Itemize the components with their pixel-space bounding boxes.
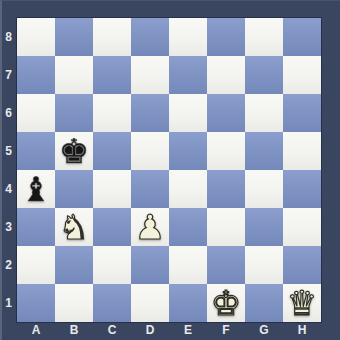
chessboard: ♚♝♞♟♚♛ [17,18,321,322]
square-a4[interactable]: ♝ [17,170,55,208]
square-g4[interactable] [245,170,283,208]
square-a8[interactable] [17,18,55,56]
file-label-a: A [17,322,55,340]
square-d3[interactable]: ♟ [131,208,169,246]
square-d6[interactable] [131,94,169,132]
piece-white-queen[interactable]: ♛ [283,284,321,322]
file-label-e: E [169,322,207,340]
square-a7[interactable] [17,56,55,94]
file-label-h: H [283,322,321,340]
square-f2[interactable] [207,246,245,284]
square-d4[interactable] [131,170,169,208]
square-c6[interactable] [93,94,131,132]
square-c8[interactable] [93,18,131,56]
square-c7[interactable] [93,56,131,94]
square-g7[interactable] [245,56,283,94]
square-h8[interactable] [283,18,321,56]
square-f1[interactable]: ♚ [207,284,245,322]
square-b5[interactable]: ♚ [55,132,93,170]
square-g5[interactable] [245,132,283,170]
square-b7[interactable] [55,56,93,94]
piece-white-knight[interactable]: ♞ [55,208,93,246]
square-h7[interactable] [283,56,321,94]
square-b1[interactable] [55,284,93,322]
square-c5[interactable] [93,132,131,170]
square-e3[interactable] [169,208,207,246]
rank-labels: 87654321 [0,18,17,322]
piece-black-king[interactable]: ♚ [55,132,93,170]
rank-label-7: 7 [0,56,17,94]
rank-label-8: 8 [0,18,17,56]
piece-white-king[interactable]: ♚ [207,284,245,322]
square-h4[interactable] [283,170,321,208]
square-h1[interactable]: ♛ [283,284,321,322]
square-a6[interactable] [17,94,55,132]
rank-label-5: 5 [0,132,17,170]
square-h6[interactable] [283,94,321,132]
square-e1[interactable] [169,284,207,322]
square-a1[interactable] [17,284,55,322]
square-f3[interactable] [207,208,245,246]
square-e5[interactable] [169,132,207,170]
square-a5[interactable] [17,132,55,170]
square-g2[interactable] [245,246,283,284]
square-h2[interactable] [283,246,321,284]
rank-label-4: 4 [0,170,17,208]
square-e2[interactable] [169,246,207,284]
square-e4[interactable] [169,170,207,208]
square-e8[interactable] [169,18,207,56]
rank-label-3: 3 [0,208,17,246]
square-b2[interactable] [55,246,93,284]
square-e7[interactable] [169,56,207,94]
square-a2[interactable] [17,246,55,284]
square-c2[interactable] [93,246,131,284]
square-c4[interactable] [93,170,131,208]
file-label-d: D [131,322,169,340]
square-d1[interactable] [131,284,169,322]
square-c1[interactable] [93,284,131,322]
square-h3[interactable] [283,208,321,246]
square-b3[interactable]: ♞ [55,208,93,246]
file-label-c: C [93,322,131,340]
square-d2[interactable] [131,246,169,284]
square-c3[interactable] [93,208,131,246]
square-b8[interactable] [55,18,93,56]
piece-white-pawn[interactable]: ♟ [131,208,169,246]
piece-black-bishop[interactable]: ♝ [17,170,55,208]
file-label-g: G [245,322,283,340]
square-g6[interactable] [245,94,283,132]
rank-label-6: 6 [0,94,17,132]
square-f8[interactable] [207,18,245,56]
square-d7[interactable] [131,56,169,94]
square-f7[interactable] [207,56,245,94]
square-d8[interactable] [131,18,169,56]
square-a3[interactable] [17,208,55,246]
square-f6[interactable] [207,94,245,132]
rank-label-1: 1 [0,284,17,322]
rank-label-2: 2 [0,246,17,284]
square-g1[interactable] [245,284,283,322]
square-e6[interactable] [169,94,207,132]
square-f5[interactable] [207,132,245,170]
square-g8[interactable] [245,18,283,56]
square-h5[interactable] [283,132,321,170]
board-frame: 87654321 ♚♝♞♟♚♛ ABCDEFGH [0,0,340,340]
square-b4[interactable] [55,170,93,208]
square-f4[interactable] [207,170,245,208]
square-b6[interactable] [55,94,93,132]
file-label-f: F [207,322,245,340]
square-d5[interactable] [131,132,169,170]
square-g3[interactable] [245,208,283,246]
file-labels: ABCDEFGH [17,322,321,340]
file-label-b: B [55,322,93,340]
